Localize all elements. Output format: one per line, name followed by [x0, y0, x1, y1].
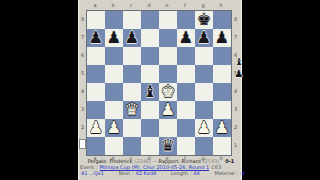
chess-app-window: abcdefgh abcdefgh 87654321 87654321 ♚♟♟♟… — [0, 0, 320, 180]
rank-label-2: 2 — [80, 118, 85, 136]
square-a5[interactable] — [87, 65, 105, 83]
event-label: Event : — [80, 165, 98, 171]
white-player-elo: (2246) — [134, 159, 151, 165]
white-player-name: Pergale, Frederick — [88, 159, 133, 165]
square-e2[interactable] — [159, 119, 177, 137]
file-label-h: h — [212, 3, 230, 9]
piece-white-pawn-a2[interactable]: ♟ — [89, 119, 104, 137]
square-e6[interactable] — [159, 47, 177, 65]
piece-black-king-g8[interactable]: ♚ — [197, 11, 212, 29]
square-h2[interactable]: ♟ — [213, 119, 231, 137]
next-move[interactable]: 42 Kxd4 — [136, 171, 157, 177]
rank-label-2: 2 — [233, 118, 238, 136]
square-f4[interactable] — [177, 83, 195, 101]
current-move[interactable]: 41 ...Qe1 — [81, 171, 104, 177]
square-a3[interactable] — [87, 101, 105, 119]
captured-material-tray: ♝♟ — [235, 56, 243, 80]
square-f5[interactable] — [177, 65, 195, 83]
square-d7[interactable] — [141, 29, 159, 47]
eco-code: C63 — [211, 165, 221, 171]
square-h6[interactable] — [213, 47, 231, 65]
rank-labels-left: 87654321 — [80, 10, 85, 154]
piece-black-pawn-g7[interactable]: ♟ — [197, 29, 212, 47]
square-e5[interactable] — [159, 65, 177, 83]
square-f3[interactable] — [177, 101, 195, 119]
square-b6[interactable] — [105, 47, 123, 65]
square-g4[interactable] — [195, 83, 213, 101]
file-label-a: a — [86, 3, 104, 9]
square-g7[interactable]: ♟ — [195, 29, 213, 47]
square-g1[interactable] — [195, 137, 213, 155]
square-f2[interactable] — [177, 119, 195, 137]
black-player-elo: (2543) — [203, 159, 220, 165]
piece-white-pawn-e3[interactable]: ♟ — [161, 101, 176, 119]
square-d6[interactable] — [141, 47, 159, 65]
next-label: Next : — [119, 171, 134, 177]
piece-white-queen-c3[interactable]: ♛ — [125, 101, 140, 119]
event-line: Event : Mitropa Cup (M), Chur 2010-05-26… — [79, 165, 244, 171]
square-h3[interactable] — [213, 101, 231, 119]
square-c8[interactable] — [123, 11, 141, 29]
square-c3[interactable]: ♛ — [123, 101, 141, 119]
square-a1[interactable] — [87, 137, 105, 155]
square-a2[interactable]: ♟ — [87, 119, 105, 137]
piece-black-pawn-f7[interactable]: ♟ — [179, 29, 194, 47]
square-b3[interactable] — [105, 101, 123, 119]
square-b1[interactable] — [105, 137, 123, 155]
square-d5[interactable] — [141, 65, 159, 83]
file-label-g: g — [194, 3, 212, 9]
square-b5[interactable] — [105, 65, 123, 83]
material-label: Material : — [214, 171, 238, 177]
square-h7[interactable]: ♟ — [213, 29, 231, 47]
rank-label-4: 4 — [80, 82, 85, 100]
rank-label-1: 1 — [233, 136, 238, 154]
square-b4[interactable] — [105, 83, 123, 101]
board-panel: abcdefgh abcdefgh 87654321 87654321 ♚♟♟♟… — [78, 0, 242, 180]
chess-board[interactable]: ♚♟♟♟♟♟♟♝♚♛♟♟♟♟♟♛ — [86, 10, 232, 156]
square-d8[interactable] — [141, 11, 159, 29]
square-b2[interactable]: ♟ — [105, 119, 123, 137]
square-a7[interactable]: ♟ — [87, 29, 105, 47]
rank-label-4: 4 — [233, 82, 238, 100]
square-h8[interactable] — [213, 11, 231, 29]
square-e7[interactable] — [159, 29, 177, 47]
square-d3[interactable] — [141, 101, 159, 119]
file-labels-top: abcdefgh — [86, 3, 230, 9]
square-a4[interactable] — [87, 83, 105, 101]
square-g2[interactable]: ♟ — [195, 119, 213, 137]
material-value: -4 — [240, 171, 245, 177]
players-line: Pergale, Frederick (2246) -- Rapport, Ri… — [79, 159, 243, 165]
file-label-c: c — [122, 3, 140, 9]
tray-black-pawn-icon: ♟ — [235, 68, 244, 80]
file-label-e: e — [158, 3, 176, 9]
file-label-d: d — [140, 3, 158, 9]
rank-label-3: 3 — [80, 100, 85, 118]
rank-label-8: 8 — [233, 10, 238, 28]
piece-black-pawn-c7[interactable]: ♟ — [125, 29, 140, 47]
square-e8[interactable] — [159, 11, 177, 29]
tray-black-bishop-icon: ♝ — [235, 56, 244, 68]
square-f7[interactable]: ♟ — [177, 29, 195, 47]
rank-label-7: 7 — [80, 28, 85, 46]
status-line: 41 ...Qe1 Next : 42 Kxd4 Length : 44 Mat… — [79, 171, 247, 177]
square-c4[interactable] — [123, 83, 141, 101]
square-a8[interactable] — [87, 11, 105, 29]
square-d4[interactable]: ♝ — [141, 83, 159, 101]
black-player-name: Rapport, Richard — [159, 159, 201, 165]
square-b8[interactable] — [105, 11, 123, 29]
piece-black-pawn-b7[interactable]: ♟ — [107, 29, 122, 47]
square-g6[interactable] — [195, 47, 213, 65]
square-g8[interactable]: ♚ — [195, 11, 213, 29]
piece-black-pawn-h7[interactable]: ♟ — [215, 29, 230, 47]
square-h5[interactable] — [213, 65, 231, 83]
square-c5[interactable] — [123, 65, 141, 83]
rank-label-5: 5 — [80, 64, 85, 82]
square-e1[interactable]: ♛ — [159, 137, 177, 155]
piece-black-queen-e1[interactable]: ♛ — [161, 137, 176, 155]
square-h4[interactable] — [213, 83, 231, 101]
square-h1[interactable] — [213, 137, 231, 155]
length-value: 44 — [193, 171, 199, 177]
length-label: Length : — [171, 171, 192, 177]
piece-black-bishop-d4[interactable]: ♝ — [143, 83, 158, 101]
piece-white-pawn-b2[interactable]: ♟ — [107, 119, 122, 137]
rank-label-8: 8 — [80, 10, 85, 28]
file-label-b: b — [104, 3, 122, 9]
square-a6[interactable] — [87, 47, 105, 65]
event-link[interactable]: Mitropa Cup (M), Chur 2010-05-26, Round … — [100, 165, 210, 171]
square-c2[interactable] — [123, 119, 141, 137]
piece-white-king-e4[interactable]: ♚ — [161, 83, 176, 101]
square-f8[interactable] — [177, 11, 195, 29]
square-c7[interactable]: ♟ — [123, 29, 141, 47]
rank-label-3: 3 — [233, 100, 238, 118]
players-separator: -- — [153, 159, 157, 165]
square-b7[interactable]: ♟ — [105, 29, 123, 47]
square-e4[interactable]: ♚ — [159, 83, 177, 101]
square-c6[interactable] — [123, 47, 141, 65]
square-c1[interactable] — [123, 137, 141, 155]
piece-black-pawn-a7[interactable]: ♟ — [89, 29, 104, 47]
square-d1[interactable] — [141, 137, 159, 155]
square-d2[interactable] — [141, 119, 159, 137]
rank-label-7: 7 — [233, 28, 238, 46]
game-result: 0-1 — [225, 159, 234, 165]
square-f6[interactable] — [177, 47, 195, 65]
piece-white-pawn-h2[interactable]: ♟ — [215, 119, 230, 137]
square-g5[interactable] — [195, 65, 213, 83]
square-e3[interactable]: ♟ — [159, 101, 177, 119]
piece-white-pawn-g2[interactable]: ♟ — [197, 119, 212, 137]
rank-label-6: 6 — [80, 46, 85, 64]
rank-labels-right: 87654321 — [233, 10, 238, 154]
file-label-f: f — [176, 3, 194, 9]
white-to-move-indicator — [79, 139, 86, 149]
square-f1[interactable] — [177, 137, 195, 155]
square-g3[interactable] — [195, 101, 213, 119]
